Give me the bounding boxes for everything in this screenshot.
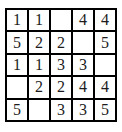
grid-cell-r3c4: 3 xyxy=(73,55,93,75)
grid-cell-r4c5: 4 xyxy=(95,77,115,97)
grid-cell-r3c1: 1 xyxy=(7,55,27,75)
grid-cell-r4c1 xyxy=(7,77,27,97)
grid-cell-r1c3 xyxy=(51,10,71,30)
grid-cell-r4c4: 4 xyxy=(73,77,93,97)
grid-cell-r4c2: 2 xyxy=(29,77,49,97)
grid-cell-r3c3: 3 xyxy=(51,55,71,75)
grid-cell-r2c3: 2 xyxy=(51,32,71,52)
grid-cell-r1c1: 1 xyxy=(7,10,27,30)
grid-cell-r1c5: 4 xyxy=(95,10,115,30)
grid-cell-r3c5 xyxy=(95,55,115,75)
grid-cell-r5c1: 5 xyxy=(7,100,27,120)
puzzle-board: 11445225113322445335 xyxy=(5,8,117,122)
grid-cell-r3c2: 1 xyxy=(29,55,49,75)
grid-cell-r1c4: 4 xyxy=(73,10,93,30)
grid-cell-r2c2: 2 xyxy=(29,32,49,52)
grid-cell-r2c1: 5 xyxy=(7,32,27,52)
grid-cell-r1c2: 1 xyxy=(29,10,49,30)
grid-cell-r2c4 xyxy=(73,32,93,52)
grid-cell-r5c4: 3 xyxy=(73,100,93,120)
grid-cell-r5c3: 3 xyxy=(51,100,71,120)
grid-cell-r5c2 xyxy=(29,100,49,120)
grid-cell-r5c5: 5 xyxy=(95,100,115,120)
grid-cell-r2c5: 5 xyxy=(95,32,115,52)
grid-cell-r4c3: 2 xyxy=(51,77,71,97)
